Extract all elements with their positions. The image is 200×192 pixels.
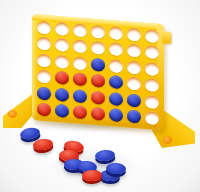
red-disc-r4c2[interactable] <box>55 71 69 85</box>
hole-r1c3[interactable] <box>73 23 87 37</box>
hole-r2c7[interactable] <box>145 45 159 59</box>
hole-r3c3[interactable] <box>73 56 87 70</box>
hole-r5c7[interactable] <box>145 94 159 108</box>
red-disc-r5c4[interactable] <box>91 90 105 104</box>
hole-r2c1[interactable] <box>37 37 51 51</box>
red-disc-r6c4[interactable] <box>91 107 105 121</box>
hole-r3c7[interactable] <box>145 62 159 76</box>
hole-r1c2[interactable] <box>55 22 69 36</box>
blue-disc-r3c4[interactable] <box>91 57 105 71</box>
hole-r4c7[interactable] <box>145 78 159 92</box>
photo-scene <box>0 0 200 192</box>
blue-disc-r4c5[interactable] <box>109 75 123 89</box>
board-corner-tab <box>162 31 171 44</box>
red-disc-r4c3[interactable] <box>73 72 87 86</box>
hole-r1c1[interactable] <box>37 20 51 34</box>
hole-r2c6[interactable] <box>127 44 141 58</box>
connect-four-board <box>32 14 164 130</box>
blue-disc-r5c2[interactable] <box>55 87 69 101</box>
hole-r4c1[interactable] <box>37 70 51 84</box>
stand-foot-left-cap <box>8 110 17 118</box>
stand-foot-right-cap <box>163 136 172 144</box>
hole-r3c5[interactable] <box>109 59 123 73</box>
red-disc-r4c4[interactable] <box>91 74 105 88</box>
red-disc-r6c3[interactable] <box>73 105 87 119</box>
blue-disc-r6c2[interactable] <box>55 104 69 118</box>
red-disc-r6c1[interactable] <box>37 102 51 116</box>
hole-r6c7[interactable] <box>145 111 159 125</box>
blue-disc-r5c6[interactable] <box>127 93 141 107</box>
blue-disc-r6c6[interactable] <box>127 109 141 123</box>
blue-disc-r5c1[interactable] <box>37 86 51 100</box>
hole-r2c3[interactable] <box>73 40 87 54</box>
hole-r1c5[interactable] <box>109 26 123 40</box>
hole-r4c6[interactable] <box>127 77 141 91</box>
hole-r1c4[interactable] <box>91 25 105 39</box>
hole-r2c2[interactable] <box>55 38 69 52</box>
hole-r2c5[interactable] <box>109 42 123 56</box>
hole-r3c6[interactable] <box>127 60 141 74</box>
blue-disc-r6c5[interactable] <box>109 108 123 122</box>
hole-r1c6[interactable] <box>127 27 141 41</box>
hole-r3c1[interactable] <box>37 53 51 67</box>
blue-disc-r5c5[interactable] <box>109 92 123 106</box>
hole-r1c7[interactable] <box>145 29 159 43</box>
hole-r2c4[interactable] <box>91 41 105 55</box>
hole-r3c2[interactable] <box>55 55 69 69</box>
blue-disc-r5c3[interactable] <box>73 89 87 103</box>
board-grid <box>37 20 159 125</box>
